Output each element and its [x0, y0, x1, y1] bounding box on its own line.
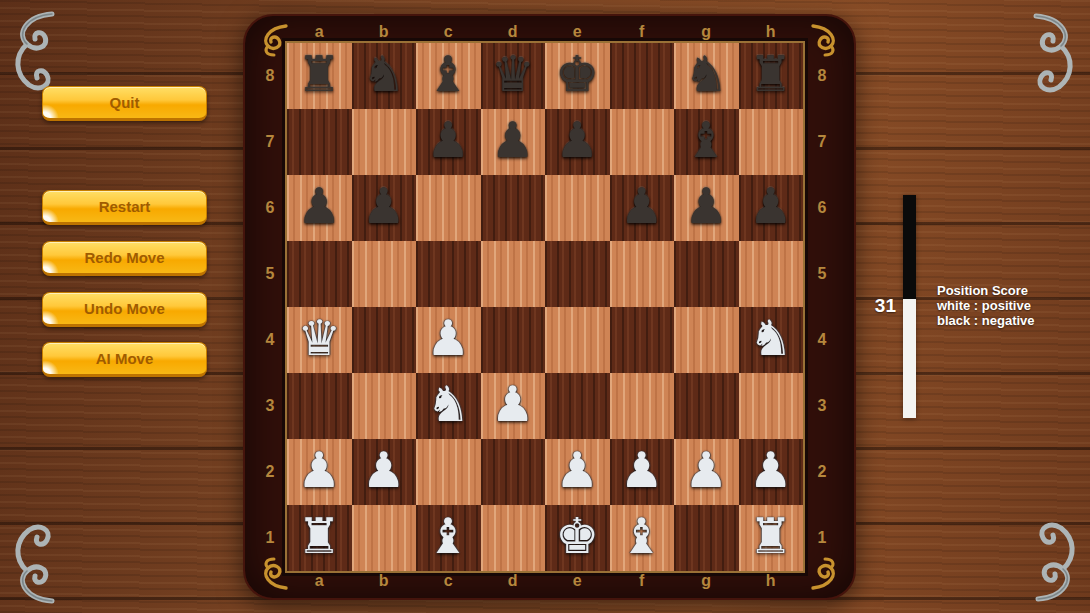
square-c7[interactable]: ♟	[416, 109, 481, 175]
rank-label-5: 5	[259, 241, 281, 307]
square-d3[interactable]: ♟	[481, 373, 546, 439]
rank-label-3: 3	[259, 373, 281, 439]
file-label-e: e	[545, 572, 610, 590]
square-f6[interactable]: ♟	[610, 175, 675, 241]
rank-label-8: 8	[811, 43, 833, 109]
square-g5[interactable]	[674, 241, 739, 307]
square-a8[interactable]: ♜	[287, 43, 352, 109]
piece-black-pawn[interactable]: ♟	[491, 116, 535, 165]
piece-white-pawn[interactable]: ♟	[684, 446, 728, 495]
square-b8[interactable]: ♞	[352, 43, 417, 109]
score-legend: Position Score white : positive black : …	[937, 283, 1090, 328]
chess-board: ♜♞♝♛♚♞♜♟♟♟♝♟♟♟♟♟♛♟♞♞♟♟♟♟♟♟♟♜♝♚♝♜ aabbccd…	[243, 14, 856, 600]
file-label-g: g	[674, 23, 739, 41]
square-b3[interactable]	[352, 373, 417, 439]
rank-label-2: 2	[259, 439, 281, 505]
piece-white-knight[interactable]: ♞	[749, 314, 793, 363]
square-g3[interactable]	[674, 373, 739, 439]
scroll-ornament-icon	[6, 8, 58, 94]
square-h7[interactable]	[739, 109, 804, 175]
square-g4[interactable]	[674, 307, 739, 373]
piece-white-knight[interactable]: ♞	[426, 380, 470, 429]
square-d2[interactable]	[481, 439, 546, 505]
rank-label-3: 3	[811, 373, 833, 439]
square-e3[interactable]	[545, 373, 610, 439]
score-bar-black-segment	[903, 195, 916, 299]
square-c4[interactable]: ♟	[416, 307, 481, 373]
piece-black-pawn[interactable]: ♟	[297, 182, 341, 231]
square-b1[interactable]	[352, 505, 417, 571]
square-c5[interactable]	[416, 241, 481, 307]
square-b7[interactable]	[352, 109, 417, 175]
score-legend-title: Position Score	[937, 283, 1090, 298]
square-e8[interactable]: ♚	[545, 43, 610, 109]
square-e2[interactable]: ♟	[545, 439, 610, 505]
rank-label-4: 4	[259, 307, 281, 373]
square-b5[interactable]	[352, 241, 417, 307]
square-g8[interactable]: ♞	[674, 43, 739, 109]
square-f2[interactable]: ♟	[610, 439, 675, 505]
ai-move-button[interactable]: AI Move	[42, 342, 207, 377]
position-score-bar	[903, 195, 916, 418]
piece-white-pawn[interactable]: ♟	[426, 314, 470, 363]
rank-label-8: 8	[259, 43, 281, 109]
score-value: 31	[856, 295, 896, 317]
piece-white-pawn[interactable]: ♟	[555, 446, 599, 495]
square-d4[interactable]	[481, 307, 546, 373]
file-label-g: g	[674, 572, 739, 590]
square-h2[interactable]: ♟	[739, 439, 804, 505]
board-grid: ♜♞♝♛♚♞♜♟♟♟♝♟♟♟♟♟♛♟♞♞♟♟♟♟♟♟♟♜♝♚♝♜	[287, 43, 803, 571]
piece-black-king[interactable]: ♚	[555, 50, 599, 99]
square-g1[interactable]	[674, 505, 739, 571]
file-label-d: d	[481, 572, 546, 590]
file-label-a: a	[287, 23, 352, 41]
square-c1[interactable]: ♝	[416, 505, 481, 571]
square-e6[interactable]	[545, 175, 610, 241]
square-b6[interactable]: ♟	[352, 175, 417, 241]
square-c8[interactable]: ♝	[416, 43, 481, 109]
piece-black-rook[interactable]: ♜	[297, 50, 341, 99]
square-f1[interactable]: ♝	[610, 505, 675, 571]
rank-label-2: 2	[811, 439, 833, 505]
restart-button[interactable]: Restart	[42, 190, 207, 225]
scroll-ornament-icon	[1030, 10, 1082, 96]
rank-label-1: 1	[259, 505, 281, 571]
piece-white-rook[interactable]: ♜	[297, 512, 341, 561]
piece-white-pawn[interactable]: ♟	[620, 446, 664, 495]
square-a4[interactable]: ♛	[287, 307, 352, 373]
square-e5[interactable]	[545, 241, 610, 307]
square-f5[interactable]	[610, 241, 675, 307]
undo-move-button[interactable]: Undo Move	[42, 292, 207, 327]
piece-white-pawn[interactable]: ♟	[749, 446, 793, 495]
piece-black-rook[interactable]: ♜	[749, 50, 793, 99]
piece-white-rook[interactable]: ♜	[749, 512, 793, 561]
piece-black-pawn[interactable]: ♟	[426, 116, 470, 165]
square-h6[interactable]: ♟	[739, 175, 804, 241]
quit-button[interactable]: Quit	[42, 86, 207, 121]
piece-black-pawn[interactable]: ♟	[620, 182, 664, 231]
square-g2[interactable]: ♟	[674, 439, 739, 505]
file-label-a: a	[287, 572, 352, 590]
square-a1[interactable]: ♜	[287, 505, 352, 571]
square-d7[interactable]: ♟	[481, 109, 546, 175]
square-a7[interactable]	[287, 109, 352, 175]
score-legend-black: black : negative	[937, 313, 1090, 328]
piece-black-pawn[interactable]: ♟	[362, 182, 406, 231]
file-label-f: f	[610, 23, 675, 41]
file-label-f: f	[610, 572, 675, 590]
piece-black-pawn[interactable]: ♟	[555, 116, 599, 165]
file-label-c: c	[416, 572, 481, 590]
rank-label-7: 7	[811, 109, 833, 175]
square-a2[interactable]: ♟	[287, 439, 352, 505]
square-a5[interactable]	[287, 241, 352, 307]
piece-black-bishop[interactable]: ♝	[426, 50, 470, 99]
piece-black-bishop[interactable]: ♝	[684, 116, 728, 165]
rank-label-7: 7	[259, 109, 281, 175]
square-g7[interactable]: ♝	[674, 109, 739, 175]
square-f8[interactable]	[610, 43, 675, 109]
scroll-ornament-icon	[1032, 519, 1084, 605]
piece-white-pawn[interactable]: ♟	[362, 446, 406, 495]
rank-label-1: 1	[811, 505, 833, 571]
square-f4[interactable]	[610, 307, 675, 373]
square-b4[interactable]	[352, 307, 417, 373]
square-d8[interactable]: ♛	[481, 43, 546, 109]
square-a3[interactable]	[287, 373, 352, 439]
piece-black-pawn[interactable]: ♟	[684, 182, 728, 231]
square-f3[interactable]	[610, 373, 675, 439]
square-d1[interactable]	[481, 505, 546, 571]
rank-label-6: 6	[259, 175, 281, 241]
piece-black-pawn[interactable]: ♟	[749, 182, 793, 231]
square-h4[interactable]: ♞	[739, 307, 804, 373]
file-label-d: d	[481, 23, 546, 41]
piece-black-queen[interactable]: ♛	[491, 50, 535, 99]
square-d6[interactable]	[481, 175, 546, 241]
rank-label-6: 6	[811, 175, 833, 241]
piece-white-bishop[interactable]: ♝	[426, 512, 470, 561]
file-label-h: h	[739, 572, 804, 590]
score-legend-white: white : positive	[937, 298, 1090, 313]
square-d5[interactable]	[481, 241, 546, 307]
square-f7[interactable]	[610, 109, 675, 175]
game-window: Quit Restart Redo Move Undo Move AI Move…	[0, 0, 1090, 613]
square-c6[interactable]	[416, 175, 481, 241]
file-label-h: h	[739, 23, 804, 41]
file-label-b: b	[352, 23, 417, 41]
square-b2[interactable]: ♟	[352, 439, 417, 505]
square-h1[interactable]: ♜	[739, 505, 804, 571]
file-label-b: b	[352, 572, 417, 590]
square-h3[interactable]	[739, 373, 804, 439]
scroll-ornament-icon	[6, 521, 58, 607]
piece-white-pawn[interactable]: ♟	[491, 380, 535, 429]
file-label-c: c	[416, 23, 481, 41]
square-e4[interactable]	[545, 307, 610, 373]
square-h8[interactable]: ♜	[739, 43, 804, 109]
rank-label-4: 4	[811, 307, 833, 373]
square-c2[interactable]	[416, 439, 481, 505]
square-g6[interactable]: ♟	[674, 175, 739, 241]
piece-white-bishop[interactable]: ♝	[620, 512, 664, 561]
piece-black-knight[interactable]: ♞	[684, 50, 728, 99]
rank-label-5: 5	[811, 241, 833, 307]
score-bar-white-segment	[903, 299, 916, 418]
square-c3[interactable]: ♞	[416, 373, 481, 439]
square-a6[interactable]: ♟	[287, 175, 352, 241]
piece-black-knight[interactable]: ♞	[362, 50, 406, 99]
piece-white-king[interactable]: ♚	[555, 512, 599, 561]
redo-move-button[interactable]: Redo Move	[42, 241, 207, 276]
board-grid-frame: ♜♞♝♛♚♞♜♟♟♟♝♟♟♟♟♟♛♟♞♞♟♟♟♟♟♟♟♜♝♚♝♜	[285, 41, 805, 573]
square-e7[interactable]: ♟	[545, 109, 610, 175]
file-label-e: e	[545, 23, 610, 41]
square-h5[interactable]	[739, 241, 804, 307]
piece-white-queen[interactable]: ♛	[297, 314, 341, 363]
piece-white-pawn[interactable]: ♟	[297, 446, 341, 495]
square-e1[interactable]: ♚	[545, 505, 610, 571]
